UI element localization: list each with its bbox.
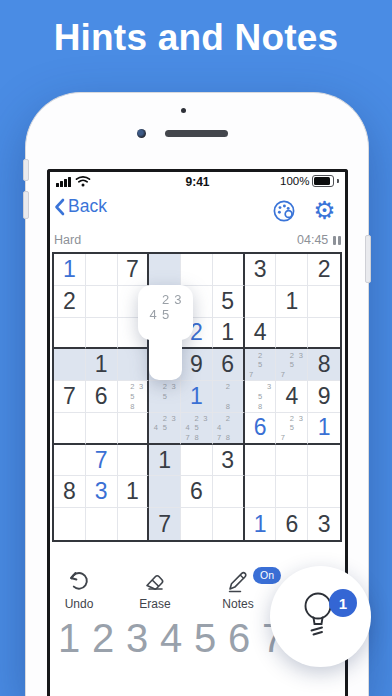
given-digit: 2 bbox=[63, 290, 76, 313]
cell-r6c1[interactable] bbox=[54, 413, 86, 445]
cell-r6c4[interactable]: 2345 bbox=[149, 413, 181, 445]
settings-button[interactable]: ⚙ bbox=[311, 197, 338, 224]
erase-label: Erase bbox=[139, 597, 170, 611]
gear-icon: ⚙ bbox=[313, 198, 335, 223]
cell-r1c9[interactable]: 2 bbox=[308, 254, 340, 286]
user-digit: 1 bbox=[63, 258, 76, 281]
pencil-notes: 257 bbox=[245, 349, 276, 380]
user-digit: 3 bbox=[95, 480, 108, 503]
cell-r6c2[interactable] bbox=[86, 413, 118, 445]
status-bar: 9:41 100% bbox=[56, 175, 339, 189]
given-digit: 7 bbox=[126, 258, 139, 281]
cell-r3c9[interactable] bbox=[308, 318, 340, 350]
cell-r6c9[interactable]: 1 bbox=[308, 413, 340, 445]
cell-r9c2[interactable] bbox=[86, 508, 118, 540]
cell-r9c4[interactable]: 7 bbox=[149, 508, 181, 540]
user-digit: 1 bbox=[190, 385, 203, 408]
given-digit: 1 bbox=[95, 353, 108, 376]
timer: 04:45 bbox=[297, 233, 341, 247]
pencil-icon bbox=[225, 568, 251, 594]
cell-r7c1[interactable] bbox=[54, 445, 86, 477]
given-digit: 8 bbox=[318, 353, 331, 376]
cell-r1c2[interactable] bbox=[86, 254, 118, 286]
page-title: Hints and Notes bbox=[0, 17, 392, 59]
cell-r4c6[interactable]: 6 bbox=[213, 349, 245, 381]
pencil-notes: 2357 bbox=[276, 349, 307, 380]
cell-r4c1[interactable] bbox=[54, 349, 86, 381]
cell-r8c7[interactable] bbox=[245, 476, 277, 508]
back-label: Back bbox=[68, 196, 107, 217]
cell-r8c4[interactable] bbox=[149, 476, 181, 508]
popup-notes: 2345 bbox=[138, 285, 193, 340]
numpad-5[interactable]: 5 bbox=[188, 618, 222, 658]
chevron-left-icon bbox=[54, 198, 65, 216]
given-digit: 8 bbox=[63, 480, 76, 503]
cell-r5c4[interactable]: 235 bbox=[149, 381, 181, 413]
cell-r5c5[interactable]: 1 bbox=[181, 381, 213, 413]
given-digit: 1 bbox=[285, 290, 298, 313]
theme-palette-button[interactable] bbox=[270, 197, 297, 224]
cell-r5c1[interactable]: 7 bbox=[54, 381, 86, 413]
cell-r1c4[interactable] bbox=[149, 254, 181, 286]
cell-r2c8[interactable]: 1 bbox=[276, 286, 308, 318]
given-digit: 4 bbox=[254, 321, 267, 344]
given-digit: 7 bbox=[63, 385, 76, 408]
given-digit: 6 bbox=[285, 513, 298, 536]
given-digit: 1 bbox=[158, 449, 171, 472]
cell-r2c9[interactable] bbox=[308, 286, 340, 318]
cell-r9c1[interactable] bbox=[54, 508, 86, 540]
cell-r7c9[interactable] bbox=[308, 445, 340, 477]
cell-r6c8[interactable]: 2357 bbox=[276, 413, 308, 445]
notes-magnifier-popup: 2345 bbox=[138, 285, 193, 380]
pencil-notes: 235 bbox=[149, 381, 180, 412]
cell-r1c8[interactable] bbox=[276, 254, 308, 286]
cell-r7c3[interactable] bbox=[118, 445, 150, 477]
pencil-notes: 2345 bbox=[149, 413, 180, 443]
palette-icon bbox=[271, 198, 297, 224]
given-digit: 1 bbox=[221, 321, 234, 344]
numpad-6[interactable]: 6 bbox=[222, 618, 256, 658]
pencil-notes: 2358 bbox=[118, 381, 148, 412]
given-digit: 3 bbox=[318, 513, 331, 536]
cell-r4c8[interactable]: 2357 bbox=[276, 349, 308, 381]
cell-r9c9[interactable]: 3 bbox=[308, 508, 340, 540]
cell-r8c9[interactable] bbox=[308, 476, 340, 508]
cell-r7c4[interactable]: 1 bbox=[149, 445, 181, 477]
cell-r9c5[interactable] bbox=[181, 508, 213, 540]
promo-page: { "page": { "title": "Hints and Notes", … bbox=[0, 0, 392, 696]
eraser-icon bbox=[142, 568, 168, 594]
user-digit: 1 bbox=[318, 416, 331, 439]
numpad-2[interactable]: 2 bbox=[86, 618, 120, 658]
back-button[interactable]: Back bbox=[54, 196, 107, 217]
cell-r1c7[interactable]: 3 bbox=[245, 254, 277, 286]
hint-count-badge: 1 bbox=[329, 589, 357, 617]
power-button bbox=[365, 235, 371, 283]
cell-r7c5[interactable] bbox=[181, 445, 213, 477]
cell-r1c5[interactable] bbox=[181, 254, 213, 286]
cell-r8c3[interactable]: 1 bbox=[118, 476, 150, 508]
cell-r5c6[interactable]: 28 bbox=[213, 381, 245, 413]
pencil-notes: 28 bbox=[213, 381, 243, 412]
numpad-1[interactable]: 1 bbox=[52, 618, 86, 658]
cell-r8c2[interactable]: 3 bbox=[86, 476, 118, 508]
cell-r8c1[interactable]: 8 bbox=[54, 476, 86, 508]
cell-r3c7[interactable]: 4 bbox=[245, 318, 277, 350]
notes-label: Notes bbox=[222, 597, 253, 611]
popup-tail bbox=[149, 336, 182, 380]
undo-icon bbox=[66, 568, 92, 594]
cell-r5c3[interactable]: 2358 bbox=[118, 381, 150, 413]
cell-r2c6[interactable]: 5 bbox=[213, 286, 245, 318]
cell-r9c7[interactable]: 1 bbox=[245, 508, 277, 540]
cell-r3c8[interactable] bbox=[276, 318, 308, 350]
pencil-notes: 2357 bbox=[276, 413, 307, 443]
earpiece-speaker bbox=[165, 130, 228, 137]
cell-r6c7[interactable]: 6 bbox=[245, 413, 277, 445]
cell-r3c1[interactable] bbox=[54, 318, 86, 350]
user-digit: 6 bbox=[254, 416, 267, 439]
cell-r1c3[interactable]: 7 bbox=[118, 254, 150, 286]
cell-r8c6[interactable] bbox=[213, 476, 245, 508]
volume-down-button bbox=[23, 191, 29, 219]
volume-up-button bbox=[23, 159, 29, 181]
pencil-notes: 234578 bbox=[181, 413, 212, 443]
pause-button[interactable] bbox=[333, 236, 341, 245]
cell-r3c6[interactable]: 1 bbox=[213, 318, 245, 350]
numpad-3[interactable]: 3 bbox=[120, 618, 154, 658]
front-camera bbox=[137, 129, 146, 138]
given-digit: 3 bbox=[221, 449, 234, 472]
given-digit: 7 bbox=[158, 513, 171, 536]
proximity-sensor-dot bbox=[181, 108, 186, 113]
numpad-4[interactable]: 4 bbox=[154, 618, 188, 658]
cell-r7c8[interactable] bbox=[276, 445, 308, 477]
given-digit: 6 bbox=[190, 480, 203, 503]
cell-r6c3[interactable] bbox=[118, 413, 150, 445]
cell-r9c6[interactable] bbox=[213, 508, 245, 540]
undo-label: Undo bbox=[65, 597, 94, 611]
timer-value: 04:45 bbox=[297, 233, 328, 247]
cell-r7c7[interactable] bbox=[245, 445, 277, 477]
difficulty-label: Hard bbox=[54, 233, 81, 247]
given-digit: 9 bbox=[318, 385, 331, 408]
cell-r6c5[interactable]: 234578 bbox=[181, 413, 213, 445]
given-digit: 2 bbox=[318, 258, 331, 281]
cell-r5c8[interactable]: 4 bbox=[276, 381, 308, 413]
cell-r4c7[interactable]: 257 bbox=[245, 349, 277, 381]
pencil-notes: 358 bbox=[245, 381, 276, 412]
cell-r2c7[interactable] bbox=[245, 286, 277, 318]
given-digit: 6 bbox=[221, 353, 234, 376]
sudoku-grid: 1732251214123459625723578762358235128358… bbox=[52, 252, 342, 542]
battery-percent: 100% bbox=[280, 175, 309, 187]
given-digit: 4 bbox=[285, 385, 298, 408]
battery-indicator: 100% bbox=[280, 175, 339, 187]
given-digit: 1 bbox=[126, 480, 139, 503]
cell-r9c8[interactable]: 6 bbox=[276, 508, 308, 540]
cell-r6c6[interactable]: 2478 bbox=[213, 413, 245, 445]
hint-button[interactable]: 1 bbox=[270, 566, 371, 667]
notes-on-badge: On bbox=[253, 567, 281, 584]
cell-r7c2[interactable]: 7 bbox=[86, 445, 118, 477]
cell-r4c9[interactable]: 8 bbox=[308, 349, 340, 381]
erase-button[interactable]: Erase bbox=[132, 568, 178, 611]
cell-r5c9[interactable]: 9 bbox=[308, 381, 340, 413]
user-digit: 1 bbox=[254, 513, 267, 536]
user-digit: 7 bbox=[95, 449, 108, 472]
given-digit: 6 bbox=[95, 385, 108, 408]
pencil-notes: 2478 bbox=[213, 413, 243, 443]
cell-r2c1[interactable]: 2 bbox=[54, 286, 86, 318]
cell-r1c6[interactable] bbox=[213, 254, 245, 286]
cell-r8c5[interactable]: 6 bbox=[181, 476, 213, 508]
cell-r7c6[interactable]: 3 bbox=[213, 445, 245, 477]
battery-icon bbox=[312, 175, 334, 187]
cell-r5c7[interactable]: 358 bbox=[245, 381, 277, 413]
cell-r2c2[interactable] bbox=[86, 286, 118, 318]
undo-button[interactable]: Undo bbox=[56, 568, 102, 611]
cell-r9c3[interactable] bbox=[118, 508, 150, 540]
cell-r1c1[interactable]: 1 bbox=[54, 254, 86, 286]
cell-r5c2[interactable]: 6 bbox=[86, 381, 118, 413]
cell-r4c2[interactable]: 1 bbox=[86, 349, 118, 381]
cell-r3c2[interactable] bbox=[86, 318, 118, 350]
cell-r8c8[interactable] bbox=[276, 476, 308, 508]
given-digit: 3 bbox=[254, 258, 267, 281]
given-digit: 5 bbox=[221, 290, 234, 313]
